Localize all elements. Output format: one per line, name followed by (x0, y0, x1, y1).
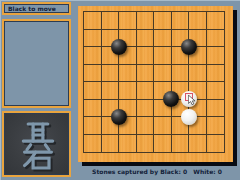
board-cell[interactable] (84, 100, 102, 118)
black-stone (181, 39, 197, 55)
board-cell[interactable] (119, 65, 137, 83)
board-cell[interactable] (207, 100, 225, 118)
board-cell[interactable] (119, 82, 137, 100)
board-cell[interactable] (137, 117, 155, 135)
board-cell[interactable] (102, 65, 120, 83)
board-cell[interactable] (102, 82, 120, 100)
board-cell[interactable] (207, 82, 225, 100)
board-grid[interactable] (83, 11, 225, 153)
board-cell[interactable] (102, 12, 120, 30)
board-cell[interactable] (137, 82, 155, 100)
board-cell[interactable] (172, 12, 190, 30)
go-app-window: Black to move 碁 (0, 0, 240, 180)
board-cell[interactable] (84, 117, 102, 135)
board-cell[interactable] (189, 65, 207, 83)
info-panel (2, 19, 71, 108)
board-cell[interactable] (154, 117, 172, 135)
board-cell[interactable] (207, 65, 225, 83)
turn-indicator-box: Black to move (2, 2, 71, 15)
board-cell[interactable] (154, 30, 172, 48)
board-cell[interactable] (154, 12, 172, 30)
board-cell[interactable] (137, 12, 155, 30)
black-stone (111, 109, 127, 125)
board-cell[interactable] (119, 135, 137, 153)
board-cell[interactable] (154, 47, 172, 65)
board-cell[interactable] (137, 100, 155, 118)
board-cell[interactable] (137, 135, 155, 153)
mouse-cursor-icon (188, 95, 196, 105)
board-cell[interactable] (189, 12, 207, 30)
board-cell[interactable] (207, 117, 225, 135)
board-cell[interactable] (84, 47, 102, 65)
board-cell[interactable] (207, 47, 225, 65)
board-cell[interactable] (84, 82, 102, 100)
turn-indicator-label: Black to move (8, 5, 56, 12)
board-cell[interactable] (207, 30, 225, 48)
board-cell[interactable] (84, 135, 102, 153)
board-cell[interactable] (137, 65, 155, 83)
board-cell[interactable] (207, 135, 225, 153)
go-kanji-icon (16, 118, 60, 174)
board-cell[interactable] (189, 135, 207, 153)
board-cell[interactable] (102, 135, 120, 153)
captures-status: Stones captured by Black: 0 White: 0 (78, 168, 236, 175)
board-cell[interactable] (207, 12, 225, 30)
board-cell[interactable] (119, 12, 137, 30)
board-cell[interactable] (137, 30, 155, 48)
board-cell[interactable] (84, 65, 102, 83)
board-cell[interactable] (172, 135, 190, 153)
go-board[interactable] (78, 6, 233, 162)
board-cell[interactable] (84, 30, 102, 48)
board-cell[interactable] (172, 65, 190, 83)
black-stone (111, 39, 127, 55)
board-cell[interactable] (154, 135, 172, 153)
board-cell[interactable] (154, 65, 172, 83)
white-stone (181, 109, 197, 125)
logo-box: 碁 (2, 111, 71, 177)
board-cell[interactable] (137, 47, 155, 65)
board-cell[interactable] (84, 12, 102, 30)
black-stone (163, 91, 179, 107)
